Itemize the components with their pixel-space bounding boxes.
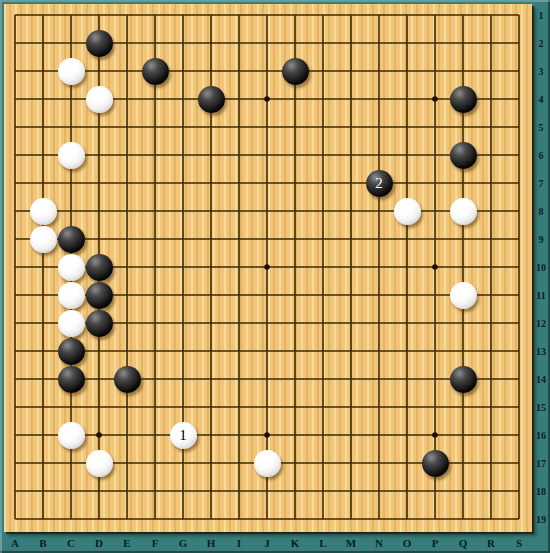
black-stone-D2[interactable]	[86, 30, 113, 57]
col-label-R: R	[477, 535, 505, 552]
white-stone-B8[interactable]	[30, 198, 57, 225]
col-label-C: C	[57, 535, 85, 552]
row-label-12: 12	[533, 316, 549, 331]
col-label-F: F	[141, 535, 169, 552]
row-label-9: 9	[533, 232, 549, 247]
board-point-Q11	[449, 281, 477, 309]
row-label-7: 7	[533, 176, 549, 191]
row-label-17: 17	[533, 456, 549, 471]
col-label-I: I	[225, 535, 253, 552]
board-point-C3	[57, 57, 85, 85]
black-stone-F3[interactable]	[142, 58, 169, 85]
row-label-1: 1	[533, 8, 549, 23]
black-stone-C13[interactable]	[58, 338, 85, 365]
black-stone-E14[interactable]	[114, 366, 141, 393]
col-label-Q: Q	[449, 535, 477, 552]
row-label-4: 4	[533, 92, 549, 107]
white-stone-C6[interactable]	[58, 142, 85, 169]
go-app-window: 21 ABCDEFGHIJKLMNOPQRS 12345678910111213…	[0, 0, 550, 553]
board-point-C11	[57, 281, 85, 309]
board-point-C13	[57, 337, 85, 365]
col-label-B: B	[29, 535, 57, 552]
white-stone-C3[interactable]	[58, 58, 85, 85]
board-point-B9	[29, 225, 57, 253]
col-label-S: S	[505, 535, 533, 552]
white-stone-G16[interactable]: 1	[170, 422, 197, 449]
col-label-A: A	[1, 535, 29, 552]
black-stone-D10[interactable]	[86, 254, 113, 281]
col-label-K: K	[281, 535, 309, 552]
board-point-P17	[421, 449, 449, 477]
black-stone-Q6[interactable]	[450, 142, 477, 169]
black-stone-P17[interactable]	[422, 450, 449, 477]
board-point-H4	[197, 85, 225, 113]
white-stone-Q11[interactable]	[450, 282, 477, 309]
move-number-label-N7: 2	[375, 176, 383, 191]
row-label-19: 19	[533, 512, 549, 527]
col-label-J: J	[253, 535, 281, 552]
board-point-Q4	[449, 85, 477, 113]
board-point-Q6	[449, 141, 477, 169]
black-stone-K3[interactable]	[282, 58, 309, 85]
white-stone-B9[interactable]	[30, 226, 57, 253]
black-stone-D12[interactable]	[86, 310, 113, 337]
col-label-D: D	[85, 535, 113, 552]
col-label-P: P	[421, 535, 449, 552]
board-point-Q8	[449, 197, 477, 225]
row-label-14: 14	[533, 372, 549, 387]
black-stone-D11[interactable]	[86, 282, 113, 309]
row-label-16: 16	[533, 428, 549, 443]
black-stone-Q14[interactable]	[450, 366, 477, 393]
col-label-L: L	[309, 535, 337, 552]
board-point-B8	[29, 197, 57, 225]
col-label-H: H	[197, 535, 225, 552]
board-point-N7: 2	[365, 169, 393, 197]
black-stone-H4[interactable]	[198, 86, 225, 113]
row-label-8: 8	[533, 204, 549, 219]
board-point-C9	[57, 225, 85, 253]
black-stone-C9[interactable]	[58, 226, 85, 253]
board-point-D2	[85, 29, 113, 57]
board-point-D11	[85, 281, 113, 309]
row-label-10: 10	[533, 260, 549, 275]
white-stone-C10[interactable]	[58, 254, 85, 281]
black-stone-Q4[interactable]	[450, 86, 477, 113]
board-point-E14	[113, 365, 141, 393]
board-point-C6	[57, 141, 85, 169]
board-point-D12	[85, 309, 113, 337]
board-point-K3	[281, 57, 309, 85]
black-stone-N7[interactable]: 2	[366, 170, 393, 197]
board-point-O8	[393, 197, 421, 225]
row-label-13: 13	[533, 344, 549, 359]
board-point-G16: 1	[169, 421, 197, 449]
row-label-3: 3	[533, 64, 549, 79]
board-point-J17	[253, 449, 281, 477]
row-label-5: 5	[533, 120, 549, 135]
white-stone-Q8[interactable]	[450, 198, 477, 225]
move-number-label-G16: 1	[179, 428, 187, 443]
board-point-C12	[57, 309, 85, 337]
white-stone-J17[interactable]	[254, 450, 281, 477]
go-board[interactable]: 21	[4, 4, 532, 532]
white-stone-O8[interactable]	[394, 198, 421, 225]
col-label-M: M	[337, 535, 365, 552]
white-stone-D17[interactable]	[86, 450, 113, 477]
row-label-2: 2	[533, 36, 549, 51]
col-label-N: N	[365, 535, 393, 552]
board-point-C16	[57, 421, 85, 449]
board-point-Q14	[449, 365, 477, 393]
white-stone-C16[interactable]	[58, 422, 85, 449]
col-label-E: E	[113, 535, 141, 552]
row-label-11: 11	[533, 288, 549, 303]
col-label-G: G	[169, 535, 197, 552]
row-label-15: 15	[533, 400, 549, 415]
board-point-C10	[57, 253, 85, 281]
board-point-C14	[57, 365, 85, 393]
board-point-D17	[85, 449, 113, 477]
row-label-6: 6	[533, 148, 549, 163]
white-stone-D4[interactable]	[86, 86, 113, 113]
stones-layer: 21	[1, 1, 533, 533]
board-point-D10	[85, 253, 113, 281]
col-label-O: O	[393, 535, 421, 552]
row-label-18: 18	[533, 484, 549, 499]
board-point-F3	[141, 57, 169, 85]
board-point-D4	[85, 85, 113, 113]
black-stone-C14[interactable]	[58, 366, 85, 393]
white-stone-C11[interactable]	[58, 282, 85, 309]
white-stone-C12[interactable]	[58, 310, 85, 337]
